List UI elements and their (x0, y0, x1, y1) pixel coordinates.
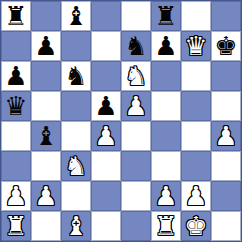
piece-black-pawn: ♟ (4, 61, 27, 91)
piece-white-pawn: ♟ (124, 91, 147, 121)
piece-white-pawn: ♟ (184, 181, 207, 211)
piece-black-pawn: ♟ (94, 91, 117, 121)
square-c1[interactable]: ♝ (61, 211, 91, 241)
square-g2[interactable]: ♟ (181, 181, 211, 211)
square-g7[interactable]: ♛ (181, 31, 211, 61)
square-e5[interactable]: ♟ (121, 91, 151, 121)
piece-black-rook: ♜ (154, 1, 177, 31)
square-f3[interactable] (151, 151, 181, 181)
square-a1[interactable]: ♜ (1, 211, 31, 241)
square-a7[interactable] (1, 31, 31, 61)
square-d4[interactable]: ♟ (91, 121, 121, 151)
square-h8[interactable] (211, 1, 241, 31)
piece-white-rook: ♜ (154, 211, 177, 241)
square-h2[interactable] (211, 181, 241, 211)
square-f8[interactable]: ♜ (151, 1, 181, 31)
piece-white-queen: ♛ (184, 31, 207, 61)
square-c8[interactable]: ♝ (61, 1, 91, 31)
square-f2[interactable]: ♟ (151, 181, 181, 211)
piece-black-knight: ♞ (64, 61, 87, 91)
square-c7[interactable] (61, 31, 91, 61)
square-a8[interactable]: ♜ (1, 1, 31, 31)
square-b3[interactable] (31, 151, 61, 181)
square-g1[interactable]: ♚ (181, 211, 211, 241)
piece-white-king: ♚ (184, 211, 207, 241)
square-e8[interactable] (121, 1, 151, 31)
square-c2[interactable] (61, 181, 91, 211)
square-d2[interactable] (91, 181, 121, 211)
square-h4[interactable]: ♟ (211, 121, 241, 151)
piece-black-bishop: ♝ (34, 121, 57, 151)
square-b2[interactable]: ♟ (31, 181, 61, 211)
square-a5[interactable]: ♛ (1, 91, 31, 121)
square-f6[interactable] (151, 61, 181, 91)
piece-white-rook: ♜ (4, 211, 27, 241)
piece-black-pawn: ♟ (154, 31, 177, 61)
square-c4[interactable] (61, 121, 91, 151)
square-d6[interactable] (91, 61, 121, 91)
square-g3[interactable] (181, 151, 211, 181)
square-g4[interactable] (181, 121, 211, 151)
piece-black-pawn: ♟ (34, 31, 57, 61)
square-f7[interactable]: ♟ (151, 31, 181, 61)
square-c6[interactable]: ♞ (61, 61, 91, 91)
square-a4[interactable] (1, 121, 31, 151)
piece-black-rook: ♜ (4, 1, 27, 31)
chess-board: ♜♝♜♟♞♟♛♚♟♞♞♛♟♟♝♟♟♞♟♟♟♟♜♝♜♚ (0, 0, 242, 242)
piece-black-knight: ♞ (124, 31, 147, 61)
piece-black-bishop: ♝ (64, 1, 87, 31)
piece-white-pawn: ♟ (4, 181, 27, 211)
square-h3[interactable] (211, 151, 241, 181)
square-d1[interactable] (91, 211, 121, 241)
piece-white-pawn: ♟ (94, 121, 117, 151)
square-c3[interactable]: ♞ (61, 151, 91, 181)
square-h7[interactable]: ♚ (211, 31, 241, 61)
piece-white-pawn: ♟ (34, 181, 57, 211)
square-e1[interactable] (121, 211, 151, 241)
piece-white-pawn: ♟ (154, 181, 177, 211)
square-g5[interactable] (181, 91, 211, 121)
piece-white-knight: ♞ (124, 61, 147, 91)
square-b8[interactable] (31, 1, 61, 31)
square-g6[interactable] (181, 61, 211, 91)
square-a2[interactable]: ♟ (1, 181, 31, 211)
piece-white-knight: ♞ (64, 151, 87, 181)
square-e4[interactable] (121, 121, 151, 151)
square-b4[interactable]: ♝ (31, 121, 61, 151)
square-f4[interactable] (151, 121, 181, 151)
square-b6[interactable] (31, 61, 61, 91)
piece-white-bishop: ♝ (64, 211, 87, 241)
square-d7[interactable] (91, 31, 121, 61)
square-b5[interactable] (31, 91, 61, 121)
piece-black-queen: ♛ (4, 91, 27, 121)
square-d3[interactable] (91, 151, 121, 181)
square-d8[interactable] (91, 1, 121, 31)
square-f1[interactable]: ♜ (151, 211, 181, 241)
square-e2[interactable] (121, 181, 151, 211)
piece-black-king: ♚ (214, 31, 237, 61)
square-h6[interactable] (211, 61, 241, 91)
square-a6[interactable]: ♟ (1, 61, 31, 91)
square-d5[interactable]: ♟ (91, 91, 121, 121)
square-f5[interactable] (151, 91, 181, 121)
square-b7[interactable]: ♟ (31, 31, 61, 61)
square-a3[interactable] (1, 151, 31, 181)
piece-white-pawn: ♟ (214, 121, 237, 151)
square-e3[interactable] (121, 151, 151, 181)
square-b1[interactable] (31, 211, 61, 241)
square-h1[interactable] (211, 211, 241, 241)
square-g8[interactable] (181, 1, 211, 31)
square-e6[interactable]: ♞ (121, 61, 151, 91)
square-e7[interactable]: ♞ (121, 31, 151, 61)
square-c5[interactable] (61, 91, 91, 121)
square-h5[interactable] (211, 91, 241, 121)
